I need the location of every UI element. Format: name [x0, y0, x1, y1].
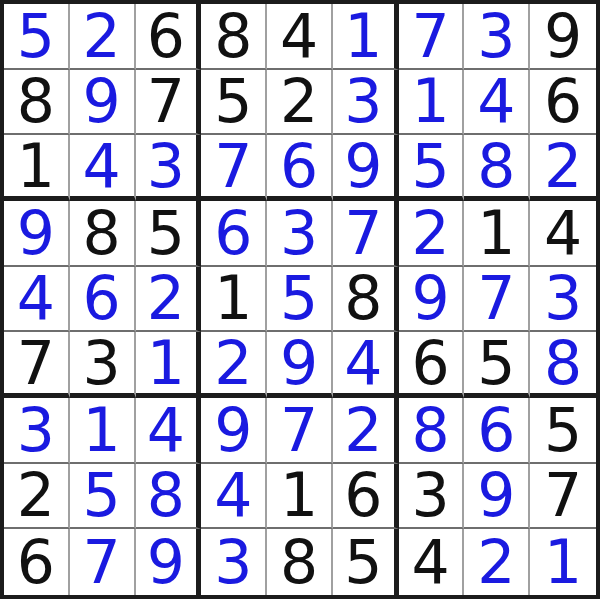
cell-value: 1 [83, 400, 121, 460]
cell-r3c7[interactable]: 5 [399, 135, 465, 201]
cell-value: 1 [280, 465, 318, 525]
cell-r3c8[interactable]: 8 [464, 135, 530, 201]
cell-value: 6 [344, 465, 382, 525]
cell-r6c5[interactable]: 9 [267, 332, 333, 398]
cell-r9c2[interactable]: 7 [70, 529, 136, 595]
cell-value: 6 [147, 6, 185, 66]
cell-value: 7 [280, 400, 318, 460]
cell-r6c4[interactable]: 2 [201, 332, 267, 398]
cell-value: 8 [214, 6, 252, 66]
cell-r5c1[interactable]: 4 [4, 267, 70, 333]
cell-value: 6 [411, 333, 449, 393]
cell-value: 9 [17, 203, 55, 263]
cell-r7c3[interactable]: 4 [136, 398, 202, 464]
cell-r9c8[interactable]: 2 [464, 529, 530, 595]
cell-value: 7 [83, 532, 121, 592]
cell-value: 5 [83, 465, 121, 525]
cell-r9c6[interactable]: 5 [333, 529, 399, 595]
cell-r7c7[interactable]: 8 [399, 398, 465, 464]
cell-value: 1 [411, 71, 449, 131]
cell-r6c3[interactable]: 1 [136, 332, 202, 398]
cell-value: 3 [83, 333, 121, 393]
cell-r8c9[interactable]: 7 [530, 464, 596, 530]
cell-r4c6[interactable]: 7 [333, 201, 399, 267]
cell-r8c6[interactable]: 6 [333, 464, 399, 530]
cell-r6c2[interactable]: 3 [70, 332, 136, 398]
cell-r5c7[interactable]: 9 [399, 267, 465, 333]
cell-r1c9[interactable]: 9 [530, 4, 596, 70]
cell-value: 5 [477, 333, 515, 393]
cell-value: 3 [17, 400, 55, 460]
cell-r5c2[interactable]: 6 [70, 267, 136, 333]
cell-r6c8[interactable]: 5 [464, 332, 530, 398]
cell-r5c9[interactable]: 3 [530, 267, 596, 333]
cell-r5c5[interactable]: 5 [267, 267, 333, 333]
cell-r9c1[interactable]: 6 [4, 529, 70, 595]
cell-value: 4 [280, 6, 318, 66]
cell-r4c3[interactable]: 5 [136, 201, 202, 267]
cell-value: 5 [411, 136, 449, 196]
cell-value: 5 [344, 532, 382, 592]
cell-r4c7[interactable]: 2 [399, 201, 465, 267]
cell-r8c5[interactable]: 1 [267, 464, 333, 530]
cell-r1c3[interactable]: 6 [136, 4, 202, 70]
cell-value: 4 [83, 136, 121, 196]
cell-r4c1[interactable]: 9 [4, 201, 70, 267]
cell-r8c8[interactable]: 9 [464, 464, 530, 530]
cell-value: 9 [147, 532, 185, 592]
cell-value: 4 [411, 532, 449, 592]
cell-value: 5 [147, 203, 185, 263]
cell-value: 5 [544, 400, 582, 460]
cell-r5c8[interactable]: 7 [464, 267, 530, 333]
cell-value: 4 [544, 203, 582, 263]
cell-value: 1 [544, 532, 582, 592]
cell-r9c5[interactable]: 8 [267, 529, 333, 595]
cell-r9c7[interactable]: 4 [399, 529, 465, 595]
cell-r3c6[interactable]: 9 [333, 135, 399, 201]
cell-r9c4[interactable]: 3 [201, 529, 267, 595]
cell-value: 6 [83, 268, 121, 328]
cell-value: 2 [544, 136, 582, 196]
cell-value: 3 [147, 136, 185, 196]
cell-value: 8 [83, 203, 121, 263]
cell-r4c8[interactable]: 1 [464, 201, 530, 267]
cell-value: 8 [411, 400, 449, 460]
cell-value: 7 [147, 71, 185, 131]
cell-r8c2[interactable]: 5 [70, 464, 136, 530]
cell-r2c6[interactable]: 3 [333, 70, 399, 136]
cell-value: 3 [411, 465, 449, 525]
cell-value: 5 [17, 6, 55, 66]
cell-r4c4[interactable]: 6 [201, 201, 267, 267]
cell-value: 2 [147, 268, 185, 328]
cell-r4c5[interactable]: 3 [267, 201, 333, 267]
cell-r1c2[interactable]: 2 [70, 4, 136, 70]
cell-r4c2[interactable]: 8 [70, 201, 136, 267]
cell-value: 1 [17, 136, 55, 196]
cell-r6c1[interactable]: 7 [4, 332, 70, 398]
cell-r8c3[interactable]: 8 [136, 464, 202, 530]
cell-r5c3[interactable]: 2 [136, 267, 202, 333]
cell-r8c4[interactable]: 4 [201, 464, 267, 530]
cell-r3c1[interactable]: 1 [4, 135, 70, 201]
cell-r5c4[interactable]: 1 [201, 267, 267, 333]
cell-r8c1[interactable]: 2 [4, 464, 70, 530]
cell-r7c5[interactable]: 7 [267, 398, 333, 464]
cell-value: 8 [280, 532, 318, 592]
cell-value: 9 [477, 465, 515, 525]
cell-value: 7 [544, 465, 582, 525]
cell-r6c6[interactable]: 4 [333, 332, 399, 398]
cell-r7c2[interactable]: 1 [70, 398, 136, 464]
cell-value: 2 [83, 6, 121, 66]
cell-value: 4 [477, 71, 515, 131]
cell-value: 4 [147, 400, 185, 460]
cell-r7c1[interactable]: 3 [4, 398, 70, 464]
cell-value: 8 [544, 333, 582, 393]
cell-r8c7[interactable]: 3 [399, 464, 465, 530]
cell-r1c7[interactable]: 7 [399, 4, 465, 70]
cell-value: 4 [17, 268, 55, 328]
cell-value: 1 [477, 203, 515, 263]
cell-r4c9[interactable]: 4 [530, 201, 596, 267]
cell-value: 2 [17, 465, 55, 525]
cell-value: 9 [344, 136, 382, 196]
cell-value: 7 [17, 333, 55, 393]
cell-value: 5 [214, 71, 252, 131]
cell-r3c4[interactable]: 7 [201, 135, 267, 201]
cell-r2c2[interactable]: 9 [70, 70, 136, 136]
cell-r2c7[interactable]: 1 [399, 70, 465, 136]
cell-r7c4[interactable]: 9 [201, 398, 267, 464]
cell-r2c5[interactable]: 2 [267, 70, 333, 136]
cell-value: 7 [477, 268, 515, 328]
cell-value: 2 [411, 203, 449, 263]
cell-r1c6[interactable]: 1 [333, 4, 399, 70]
cell-value: 9 [83, 71, 121, 131]
cell-value: 8 [147, 465, 185, 525]
cell-value: 6 [17, 532, 55, 592]
cell-r1c5[interactable]: 4 [267, 4, 333, 70]
cell-value: 5 [280, 268, 318, 328]
cell-value: 6 [214, 203, 252, 263]
cell-value: 8 [17, 71, 55, 131]
cell-r6c9[interactable]: 8 [530, 332, 596, 398]
cell-value: 4 [344, 333, 382, 393]
cell-value: 7 [214, 136, 252, 196]
cell-value: 2 [344, 400, 382, 460]
cell-r7c8[interactable]: 6 [464, 398, 530, 464]
cell-r3c9[interactable]: 2 [530, 135, 596, 201]
cell-r2c9[interactable]: 6 [530, 70, 596, 136]
cell-value: 2 [280, 71, 318, 131]
cell-value: 3 [214, 532, 252, 592]
cell-r2c3[interactable]: 7 [136, 70, 202, 136]
cell-value: 2 [477, 532, 515, 592]
cell-value: 9 [411, 268, 449, 328]
cell-r1c8[interactable]: 3 [464, 4, 530, 70]
cell-value: 6 [544, 71, 582, 131]
cell-value: 3 [544, 268, 582, 328]
cell-r3c3[interactable]: 3 [136, 135, 202, 201]
cell-value: 6 [477, 400, 515, 460]
cell-value: 1 [214, 268, 252, 328]
cell-value: 2 [214, 333, 252, 393]
cell-value: 7 [344, 203, 382, 263]
cell-r9c3[interactable]: 9 [136, 529, 202, 595]
cell-value: 9 [214, 400, 252, 460]
cell-value: 1 [147, 333, 185, 393]
cell-value: 3 [477, 6, 515, 66]
cell-r6c7[interactable]: 6 [399, 332, 465, 398]
cell-value: 8 [477, 136, 515, 196]
cell-r5c6[interactable]: 8 [333, 267, 399, 333]
cell-value: 9 [544, 6, 582, 66]
cell-value: 3 [280, 203, 318, 263]
cell-r2c8[interactable]: 4 [464, 70, 530, 136]
cell-value: 8 [344, 268, 382, 328]
cell-r7c9[interactable]: 5 [530, 398, 596, 464]
cell-r3c2[interactable]: 4 [70, 135, 136, 201]
cell-value: 7 [411, 6, 449, 66]
cell-r3c5[interactable]: 6 [267, 135, 333, 201]
sudoku-board: 5268417398975231461437695829856372144621… [0, 0, 600, 599]
cell-value: 1 [344, 6, 382, 66]
cell-r1c4[interactable]: 8 [201, 4, 267, 70]
cell-r7c6[interactable]: 2 [333, 398, 399, 464]
cell-value: 3 [344, 71, 382, 131]
cell-r2c1[interactable]: 8 [4, 70, 70, 136]
cell-value: 6 [280, 136, 318, 196]
cell-value: 9 [280, 333, 318, 393]
cell-value: 4 [214, 465, 252, 525]
cell-r9c9[interactable]: 1 [530, 529, 596, 595]
cell-r1c1[interactable]: 5 [4, 4, 70, 70]
cell-r2c4[interactable]: 5 [201, 70, 267, 136]
